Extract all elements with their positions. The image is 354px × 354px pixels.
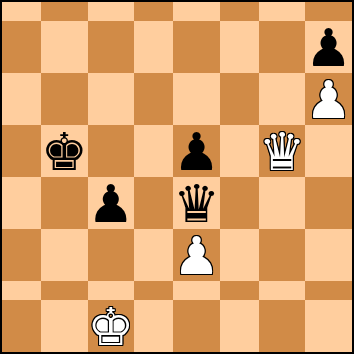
square-e1[interactable] <box>173 300 220 352</box>
square-h6[interactable]: ♟ <box>305 73 352 125</box>
square-b4[interactable] <box>41 177 88 229</box>
square-b7[interactable] <box>41 21 88 73</box>
square-b1[interactable] <box>41 300 88 352</box>
square-h4[interactable] <box>305 177 352 229</box>
square-g8[interactable] <box>259 2 306 21</box>
square-h3[interactable] <box>305 229 352 281</box>
black-king-piece: ♚ <box>41 126 88 178</box>
square-h7[interactable]: ♟ <box>305 21 352 73</box>
black-pawn-piece: ♟ <box>173 126 220 178</box>
square-a1[interactable] <box>2 300 41 352</box>
square-e8[interactable] <box>173 2 220 21</box>
square-c8[interactable] <box>88 2 135 21</box>
white-pawn-piece: ♟ <box>305 74 352 126</box>
square-f7[interactable] <box>220 21 259 73</box>
square-g1[interactable] <box>259 300 306 352</box>
square-d3[interactable] <box>134 229 173 281</box>
square-b6[interactable] <box>41 73 88 125</box>
square-e4[interactable]: ♛ <box>173 177 220 229</box>
square-d6[interactable] <box>134 73 173 125</box>
white-pawn-piece: ♟ <box>173 230 220 282</box>
square-g3[interactable] <box>259 229 306 281</box>
black-pawn-piece: ♟ <box>305 22 352 74</box>
square-d2[interactable] <box>134 281 173 300</box>
square-f5[interactable] <box>220 125 259 177</box>
square-a5[interactable] <box>2 125 41 177</box>
square-a3[interactable] <box>2 229 41 281</box>
square-b5[interactable]: ♚ <box>41 125 88 177</box>
square-h2[interactable] <box>305 281 352 300</box>
square-b2[interactable] <box>41 281 88 300</box>
square-f6[interactable] <box>220 73 259 125</box>
black-queen-piece: ♛ <box>173 178 220 230</box>
chess-board: ♟♟♚♟♛♟♛♟♚ <box>2 2 352 352</box>
square-b3[interactable] <box>41 229 88 281</box>
square-c5[interactable] <box>88 125 135 177</box>
square-f1[interactable] <box>220 300 259 352</box>
square-a2[interactable] <box>2 281 41 300</box>
square-a7[interactable] <box>2 21 41 73</box>
square-d1[interactable] <box>134 300 173 352</box>
square-f8[interactable] <box>220 2 259 21</box>
square-f3[interactable] <box>220 229 259 281</box>
square-f2[interactable] <box>220 281 259 300</box>
square-d8[interactable] <box>134 2 173 21</box>
square-g6[interactable] <box>259 73 306 125</box>
white-queen-piece: ♛ <box>259 126 306 178</box>
square-c4[interactable]: ♟ <box>88 177 135 229</box>
square-a6[interactable] <box>2 73 41 125</box>
square-f4[interactable] <box>220 177 259 229</box>
square-c6[interactable] <box>88 73 135 125</box>
square-d7[interactable] <box>134 21 173 73</box>
square-d4[interactable] <box>134 177 173 229</box>
square-c1[interactable]: ♚ <box>88 300 135 352</box>
square-c7[interactable] <box>88 21 135 73</box>
square-c3[interactable] <box>88 229 135 281</box>
square-g7[interactable] <box>259 21 306 73</box>
square-h1[interactable] <box>305 300 352 352</box>
square-g4[interactable] <box>259 177 306 229</box>
chess-board-frame: ♟♟♚♟♛♟♛♟♚ <box>0 0 354 354</box>
white-king-piece: ♚ <box>88 301 135 353</box>
square-e3[interactable]: ♟ <box>173 229 220 281</box>
square-e6[interactable] <box>173 73 220 125</box>
square-a8[interactable] <box>2 2 41 21</box>
square-g2[interactable] <box>259 281 306 300</box>
square-e7[interactable] <box>173 21 220 73</box>
square-h5[interactable] <box>305 125 352 177</box>
black-pawn-piece: ♟ <box>88 178 135 230</box>
square-g5[interactable]: ♛ <box>259 125 306 177</box>
square-d5[interactable] <box>134 125 173 177</box>
square-e5[interactable]: ♟ <box>173 125 220 177</box>
square-a4[interactable] <box>2 177 41 229</box>
square-b8[interactable] <box>41 2 88 21</box>
